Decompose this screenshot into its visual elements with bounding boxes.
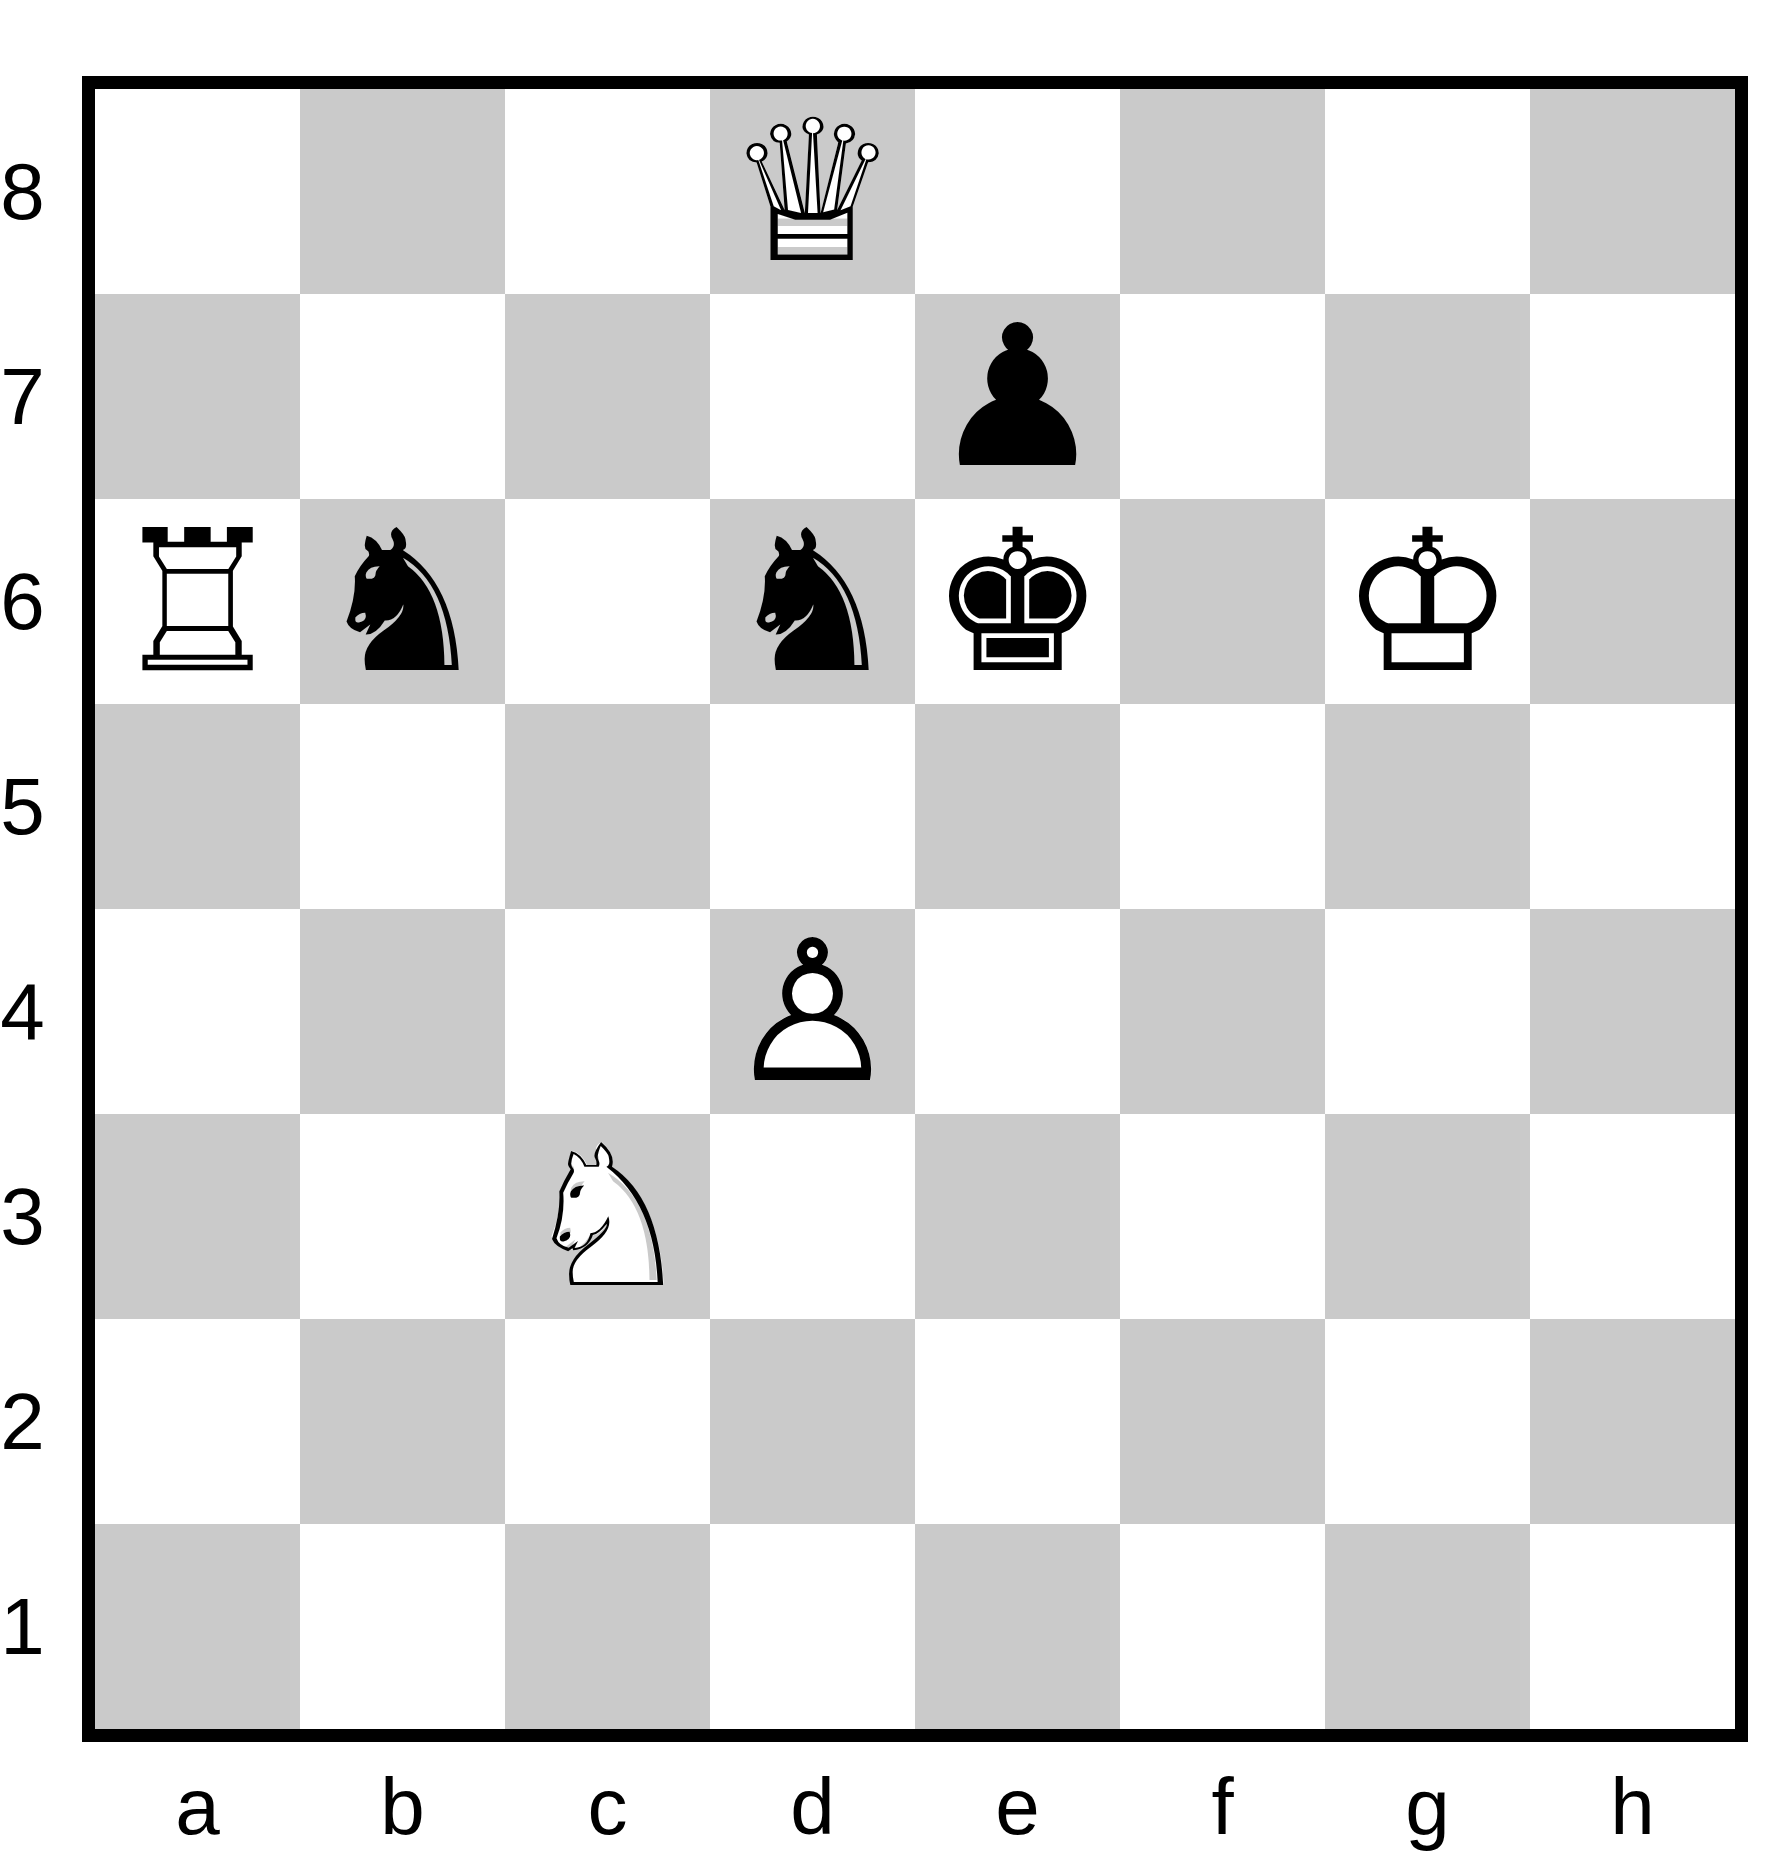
square-c8[interactable] bbox=[505, 89, 710, 294]
square-f5[interactable] bbox=[1120, 704, 1325, 909]
file-label-d: d bbox=[710, 1757, 915, 1857]
square-c4[interactable] bbox=[505, 909, 710, 1114]
square-a5[interactable] bbox=[95, 704, 300, 909]
square-h7[interactable] bbox=[1530, 294, 1735, 499]
square-b4[interactable] bbox=[300, 909, 505, 1114]
white-queen: ♛♕ bbox=[710, 89, 915, 294]
square-a2[interactable] bbox=[95, 1319, 300, 1524]
white-pawn-outline: ♙ bbox=[710, 909, 915, 1114]
square-b1[interactable] bbox=[300, 1524, 505, 1729]
square-c1[interactable] bbox=[505, 1524, 710, 1729]
square-b5[interactable] bbox=[300, 704, 505, 909]
square-h4[interactable] bbox=[1530, 909, 1735, 1114]
black-pawn: ♟ bbox=[915, 294, 1120, 499]
square-f8[interactable] bbox=[1120, 89, 1325, 294]
square-a6[interactable]: ♜♖ bbox=[95, 499, 300, 704]
file-labels: a b c d e f g h bbox=[95, 1757, 1735, 1857]
white-pawn: ♟♙ bbox=[710, 909, 915, 1114]
square-a7[interactable] bbox=[95, 294, 300, 499]
square-a3[interactable] bbox=[95, 1114, 300, 1319]
square-f3[interactable] bbox=[1120, 1114, 1325, 1319]
file-label-g: g bbox=[1325, 1757, 1530, 1857]
rank-label-5: 5 bbox=[0, 704, 45, 909]
square-g5[interactable] bbox=[1325, 704, 1530, 909]
square-e3[interactable] bbox=[915, 1114, 1120, 1319]
rank-label-4: 4 bbox=[0, 909, 45, 1114]
square-e8[interactable] bbox=[915, 89, 1120, 294]
square-h6[interactable] bbox=[1530, 499, 1735, 704]
white-queen-outline: ♕ bbox=[710, 89, 915, 294]
square-a1[interactable] bbox=[95, 1524, 300, 1729]
square-d6[interactable]: ♞ bbox=[710, 499, 915, 704]
square-a8[interactable] bbox=[95, 89, 300, 294]
rank-label-8: 8 bbox=[0, 89, 45, 294]
file-label-b: b bbox=[300, 1757, 505, 1857]
square-b3[interactable] bbox=[300, 1114, 505, 1319]
square-e7[interactable]: ♟ bbox=[915, 294, 1120, 499]
square-d1[interactable] bbox=[710, 1524, 915, 1729]
square-f6[interactable] bbox=[1120, 499, 1325, 704]
white-knight: ♞♘ bbox=[505, 1114, 710, 1319]
square-d5[interactable] bbox=[710, 704, 915, 909]
white-rook: ♜♖ bbox=[95, 499, 300, 704]
rank-label-2: 2 bbox=[0, 1319, 45, 1524]
square-e1[interactable] bbox=[915, 1524, 1120, 1729]
square-f7[interactable] bbox=[1120, 294, 1325, 499]
square-h3[interactable] bbox=[1530, 1114, 1735, 1319]
square-g3[interactable] bbox=[1325, 1114, 1530, 1319]
file-label-a: a bbox=[95, 1757, 300, 1857]
chess-diagram: 8 7 6 5 4 3 2 1 ♛♕♟♜♖♞♞♚♚♔♟♙♞♘ a b c d e… bbox=[0, 0, 1770, 1857]
square-e2[interactable] bbox=[915, 1319, 1120, 1524]
square-b6[interactable]: ♞ bbox=[300, 499, 505, 704]
square-e4[interactable] bbox=[915, 909, 1120, 1114]
square-h1[interactable] bbox=[1530, 1524, 1735, 1729]
square-f4[interactable] bbox=[1120, 909, 1325, 1114]
square-d4[interactable]: ♟♙ bbox=[710, 909, 915, 1114]
square-b2[interactable] bbox=[300, 1319, 505, 1524]
square-e6[interactable]: ♚ bbox=[915, 499, 1120, 704]
square-a4[interactable] bbox=[95, 909, 300, 1114]
square-h5[interactable] bbox=[1530, 704, 1735, 909]
square-d8[interactable]: ♛♕ bbox=[710, 89, 915, 294]
square-c2[interactable] bbox=[505, 1319, 710, 1524]
square-g8[interactable] bbox=[1325, 89, 1530, 294]
white-knight-outline: ♘ bbox=[505, 1114, 710, 1319]
square-g1[interactable] bbox=[1325, 1524, 1530, 1729]
square-d7[interactable] bbox=[710, 294, 915, 499]
white-rook-outline: ♖ bbox=[95, 499, 300, 704]
rank-label-3: 3 bbox=[0, 1114, 45, 1319]
square-e5[interactable] bbox=[915, 704, 1120, 909]
file-label-e: e bbox=[915, 1757, 1120, 1857]
chess-board: ♛♕♟♜♖♞♞♚♚♔♟♙♞♘ bbox=[82, 76, 1748, 1742]
square-g2[interactable] bbox=[1325, 1319, 1530, 1524]
file-label-c: c bbox=[505, 1757, 710, 1857]
white-king-outline: ♔ bbox=[1325, 499, 1530, 704]
square-c6[interactable] bbox=[505, 499, 710, 704]
rank-label-6: 6 bbox=[0, 499, 45, 704]
square-g6[interactable]: ♚♔ bbox=[1325, 499, 1530, 704]
square-g4[interactable] bbox=[1325, 909, 1530, 1114]
square-c3[interactable]: ♞♘ bbox=[505, 1114, 710, 1319]
square-h8[interactable] bbox=[1530, 89, 1735, 294]
rank-labels: 8 7 6 5 4 3 2 1 bbox=[0, 89, 45, 1729]
square-d3[interactable] bbox=[710, 1114, 915, 1319]
square-h2[interactable] bbox=[1530, 1319, 1735, 1524]
square-f1[interactable] bbox=[1120, 1524, 1325, 1729]
square-g7[interactable] bbox=[1325, 294, 1530, 499]
rank-label-7: 7 bbox=[0, 294, 45, 499]
square-b8[interactable] bbox=[300, 89, 505, 294]
black-knight: ♞ bbox=[300, 499, 505, 704]
square-d2[interactable] bbox=[710, 1319, 915, 1524]
white-king: ♚♔ bbox=[1325, 499, 1530, 704]
square-c5[interactable] bbox=[505, 704, 710, 909]
square-f2[interactable] bbox=[1120, 1319, 1325, 1524]
square-b7[interactable] bbox=[300, 294, 505, 499]
file-label-f: f bbox=[1120, 1757, 1325, 1857]
black-king: ♚ bbox=[915, 499, 1120, 704]
rank-label-1: 1 bbox=[0, 1524, 45, 1729]
square-c7[interactable] bbox=[505, 294, 710, 499]
black-knight: ♞ bbox=[710, 499, 915, 704]
file-label-h: h bbox=[1530, 1757, 1735, 1857]
